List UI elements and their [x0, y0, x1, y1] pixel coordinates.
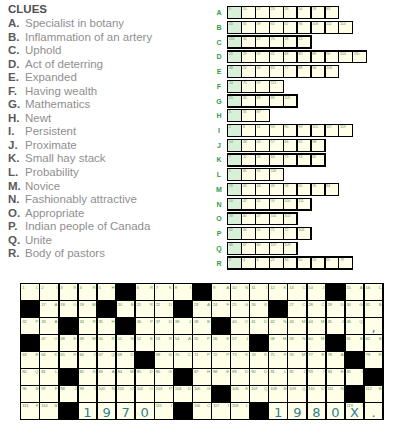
answer-cell[interactable]: 46: [228, 243, 241, 254]
answer-cell[interactable]: 28: [284, 37, 297, 48]
grid-cell[interactable]: 25G: [231, 301, 249, 317]
cell-number: 54: [175, 336, 179, 341]
answer-cell[interactable]: 118: [270, 169, 283, 180]
answer-cell[interactable]: 103: [298, 228, 311, 239]
answer-cell[interactable]: 6: [256, 258, 269, 269]
answer-cell[interactable]: 101: [270, 214, 283, 225]
answer-cell[interactable]: 98: [312, 140, 325, 151]
grid-cell[interactable]: 2I: [40, 284, 58, 300]
answer-cell[interactable]: 43: [242, 184, 255, 195]
answer-cell[interactable]: 112: [326, 22, 339, 33]
answer-cell[interactable]: 105: [284, 96, 297, 107]
answer-cell[interactable]: 17: [256, 7, 269, 18]
grid-cell[interactable]: 106E: [231, 386, 249, 402]
grid-cell[interactable]: 13C: [288, 284, 306, 300]
answer-row-label: Q: [213, 245, 225, 252]
answer-row-label: L: [213, 171, 225, 178]
cell-number: 29: [327, 302, 331, 307]
grid-cell[interactable]: 53R: [155, 335, 173, 351]
cell-number: 108: [270, 386, 276, 391]
answer-cell[interactable]: 116: [228, 37, 241, 48]
grid-cell[interactable]: 5H: [98, 284, 116, 300]
grid-cell[interactable]: 45J: [327, 318, 345, 334]
clue-text: Novice: [25, 180, 60, 192]
answer-cell[interactable]: 41: [270, 52, 283, 63]
answer-cell[interactable]: 34: [284, 258, 297, 269]
grid-cell[interactable]: 116C: [193, 403, 211, 419]
grid-cell[interactable]: 100N: [98, 386, 116, 402]
grid-cell[interactable]: 26K: [250, 301, 268, 317]
answer-cell[interactable]: 10: [228, 199, 241, 210]
cell-number: 86: [156, 369, 160, 374]
answer-cell[interactable]: 47: [256, 214, 269, 225]
answer-cell[interactable]: 110: [353, 52, 366, 63]
grid-cell[interactable]: 36P: [136, 318, 154, 334]
grid-cell[interactable]: 18O: [60, 301, 78, 317]
grid-cell[interactable]: .: [365, 403, 383, 419]
answer-cell[interactable]: 67: [242, 243, 255, 254]
grid-cell[interactable]: 103P: [155, 386, 173, 402]
grid-cell[interactable]: 21R: [136, 301, 154, 317]
grid-cell[interactable]: 15A: [346, 284, 364, 300]
answer-cell[interactable]: 21: [270, 258, 283, 269]
answer-cell[interactable]: 93: [270, 125, 283, 136]
answer-cell[interactable]: 79: [339, 258, 352, 269]
answer-cell[interactable]: 62: [284, 22, 297, 33]
grid-cell[interactable]: 54A: [174, 335, 192, 351]
cell-number: 65: [326, 258, 330, 263]
answer-cell[interactable]: 60: [298, 184, 311, 195]
black-cell: [117, 284, 135, 300]
cell-number: 11: [251, 285, 255, 290]
answer-cell[interactable]: 32: [228, 228, 241, 239]
cell-number: 26: [251, 302, 255, 307]
grid-cell[interactable]: 104D: [174, 386, 192, 402]
answer-cell[interactable]: 97: [256, 81, 269, 92]
grid-cell[interactable]: 88E: [212, 369, 230, 385]
grid-cell[interactable]: 9A: [212, 284, 230, 300]
grid-cell[interactable]: 46Q: [346, 318, 364, 334]
cell-number: 16: [243, 37, 247, 42]
answer-cell[interactable]: 95: [284, 125, 297, 136]
grid-cell[interactable]: 96B: [21, 386, 39, 402]
grid-cell[interactable]: 66J: [79, 352, 97, 368]
answer-cell[interactable]: 4: [242, 258, 255, 269]
answer-cell[interactable]: 44: [256, 184, 269, 195]
answer-cell[interactable]: 27: [256, 37, 269, 48]
grid-cell[interactable]: 68D: [117, 352, 135, 368]
answer-cell[interactable]: 18: [228, 214, 241, 225]
grid-cell[interactable]: 16C: [365, 284, 383, 300]
grid-cell[interactable]: 98J: [60, 386, 78, 402]
grid-cell[interactable]: 110D: [308, 386, 326, 402]
grid-cell[interactable]: 59N: [288, 335, 306, 351]
answer-cell[interactable]: 25: [228, 96, 241, 107]
answer-cell[interactable]: 77: [284, 66, 297, 77]
grid-cell[interactable]: 89D: [231, 369, 249, 385]
grid-cell[interactable]: 49M: [79, 335, 97, 351]
cell-clue-ref: B: [379, 302, 382, 307]
grid-cell[interactable]: 37D: [155, 318, 173, 334]
answer-cell[interactable]: 50: [298, 258, 311, 269]
cell-number: 78: [327, 352, 331, 357]
grid-cell[interactable]: 62B: [365, 335, 383, 351]
answer-cell[interactable]: 35: [242, 110, 255, 121]
grid-cell[interactable]: 1: [79, 403, 97, 419]
grid-cell[interactable]: 94E: [327, 369, 345, 385]
grid-cell[interactable]: 82K: [79, 369, 97, 385]
black-cell: [21, 301, 39, 317]
grid-cell[interactable]: 111N: [327, 386, 345, 402]
answer-cell[interactable]: 19: [228, 184, 241, 195]
grid-cell[interactable]: 28C: [308, 301, 326, 317]
grid-cell[interactable]: 86G: [155, 369, 173, 385]
answer-cell[interactable]: 11: [256, 125, 269, 136]
grid-cell[interactable]: 56E: [212, 335, 230, 351]
grid-cell[interactable]: 32P: [21, 318, 39, 334]
answer-cell[interactable]: 66: [284, 140, 297, 151]
answer-cell[interactable]: 61: [270, 22, 283, 33]
answer-cell[interactable]: 108: [312, 22, 325, 33]
answer-cell[interactable]: 114: [339, 22, 352, 33]
black-cell: [250, 403, 268, 419]
grid-cell[interactable]: 113F: [21, 403, 39, 419]
grid-cell[interactable]: 57J: [231, 335, 249, 351]
grid-cell[interactable]: 7: [117, 403, 135, 419]
answer-cell[interactable]: 99: [298, 125, 311, 136]
answer-cell[interactable]: 70: [270, 37, 283, 48]
answer-cell[interactable]: 22: [228, 52, 241, 63]
grid-cell[interactable]: 40O: [231, 318, 249, 334]
grid-cell[interactable]: 27C: [288, 301, 306, 317]
grid-cell[interactable]: 23A: [193, 301, 211, 317]
answer-cell[interactable]: 24: [228, 81, 241, 92]
answer-cell[interactable]: 87: [256, 110, 269, 121]
grid-cell[interactable]: 9: [288, 403, 306, 419]
answer-cell[interactable]: 48: [228, 66, 241, 77]
answer-cell[interactable]: 115: [312, 125, 325, 136]
answer-cell[interactable]: 65: [326, 258, 339, 269]
answer-cell[interactable]: 36: [242, 228, 255, 239]
answer-cell[interactable]: 2: [228, 125, 241, 136]
grid-cell[interactable]: 78A: [327, 352, 345, 368]
grid-cell[interactable]: 118L: [231, 403, 249, 419]
grid-cell[interactable]: 30G: [346, 301, 364, 317]
answer-cell[interactable]: 33: [284, 7, 297, 18]
grid-cell[interactable]: 58M: [269, 335, 287, 351]
grid-cell[interactable]: 65R: [60, 352, 78, 368]
cell-number: 89: [312, 52, 316, 57]
answer-cell[interactable]: 14: [228, 140, 241, 151]
grid-cell[interactable]: 61B: [346, 335, 364, 351]
black-cell: [174, 369, 192, 385]
answer-cell[interactable]: 86: [270, 96, 283, 107]
grid-cell[interactable]: 8I: [174, 284, 192, 300]
answer-cell[interactable]: 73: [284, 155, 297, 166]
answer-cell[interactable]: 80: [256, 243, 269, 254]
grid-cell[interactable]: 34R: [79, 318, 97, 334]
answer-cell[interactable]: 53: [312, 258, 325, 269]
answer-cell[interactable]: 85: [298, 52, 311, 63]
grid-cell[interactable]: 47O: [40, 335, 58, 351]
grid-cell[interactable]: 10N: [231, 284, 249, 300]
grid-cell[interactable]: 8: [308, 403, 326, 419]
grid-cell[interactable]: 79R: [365, 352, 383, 368]
answer-cell[interactable]: 45: [256, 140, 269, 151]
grid-cell[interactable]: 87H: [193, 369, 211, 385]
grid-cell[interactable]: 48E: [60, 335, 78, 351]
cell-clue-ref: A: [207, 302, 210, 307]
answer-cell[interactable]: 3: [228, 258, 241, 269]
grid-cell[interactable]: 29D: [327, 301, 345, 317]
grid-cell[interactable]: 101O: [117, 386, 135, 402]
grid-cell[interactable]: 102O: [136, 386, 154, 402]
answer-cell[interactable]: 8: [242, 125, 255, 136]
grid-cell[interactable]: 97F: [40, 386, 58, 402]
grid-cell[interactable]: 74K: [250, 352, 268, 368]
answer-cell[interactable]: 52: [242, 66, 255, 77]
grid-cell[interactable]: 14J: [308, 284, 326, 300]
grid-cell[interactable]: 105G: [193, 386, 211, 402]
grid-cell[interactable]: 19M: [79, 301, 97, 317]
grid-cell[interactable]: 91L: [269, 369, 287, 385]
answer-cell[interactable]: 56: [256, 66, 269, 77]
grid-cell[interactable]: 38J: [174, 318, 192, 334]
answer-cell[interactable]: 107: [270, 243, 283, 254]
cell-number: 67: [243, 243, 247, 248]
answer-row-label: N: [213, 201, 225, 208]
answer-cell[interactable]: 38: [242, 140, 255, 151]
cell-clue-ref: J: [246, 336, 248, 341]
answer-cell[interactable]: 76: [312, 184, 325, 195]
grid-cell[interactable]: 76M: [288, 352, 306, 368]
answer-cell[interactable]: 69: [256, 96, 269, 107]
answer-cell[interactable]: 94: [312, 66, 325, 77]
answer-cell[interactable]: 12: [242, 155, 255, 166]
grid-cell[interactable]: 93I: [308, 369, 326, 385]
answer-cell[interactable]: 15: [242, 7, 255, 18]
grid-cell[interactable]: 67Q: [98, 352, 116, 368]
answer-cell[interactable]: 106: [326, 66, 339, 77]
grid-cell[interactable]: 95I: [346, 369, 364, 385]
cell-clue-ref: P: [150, 319, 153, 324]
grid-cell[interactable]: 83A: [98, 369, 116, 385]
answer-cell[interactable]: 7: [228, 155, 241, 166]
answer-row: E48525663778894106: [213, 65, 367, 78]
answer-cell[interactable]: 71: [270, 228, 283, 239]
cell-clue-ref: I: [361, 369, 362, 374]
cell-number: 39: [194, 319, 198, 324]
grid-cell[interactable]: 85D: [136, 369, 154, 385]
answer-cell[interactable]: 111: [298, 199, 311, 210]
answer-cell[interactable]: 9: [228, 7, 241, 18]
answer-cell[interactable]: 84: [326, 184, 339, 195]
cell-number: 56: [257, 66, 261, 71]
answer-cell[interactable]: 68: [284, 52, 297, 63]
answer-cell[interactable]: 83: [326, 7, 339, 18]
grid-cell[interactable]: 107Q: [250, 386, 268, 402]
grid-cell[interactable]: 71P: [193, 352, 211, 368]
answer-cell[interactable]: 42: [242, 199, 255, 210]
grid-cell[interactable]: 50R: [98, 335, 116, 351]
grid-cell[interactable]: 3R: [60, 284, 78, 300]
grid-cell[interactable]: 108B: [269, 386, 287, 402]
grid-cell[interactable]: 64K: [40, 352, 58, 368]
answer-cell[interactable]: 29: [242, 52, 255, 63]
grid-cell[interactable]: 92J: [288, 369, 306, 385]
answer-cell[interactable]: 78: [312, 7, 325, 18]
answer-cell[interactable]: 40: [242, 214, 255, 225]
answer-cell[interactable]: 54: [298, 7, 311, 18]
grid-cell[interactable]: 44M: [308, 318, 326, 334]
grid-cell[interactable]: 73K: [231, 352, 249, 368]
answer-cell[interactable]: 49: [270, 184, 283, 195]
answer-cell[interactable]: 1: [228, 169, 241, 180]
grid-cell[interactable]: 41D: [250, 318, 268, 334]
grid-cell[interactable]: 39B: [193, 318, 211, 334]
cell-clue-ref: B: [207, 319, 210, 324]
grid-cell[interactable]: 22D: [155, 301, 173, 317]
grid-cell[interactable]: 31B: [365, 301, 383, 317]
answer-cell[interactable]: 89: [312, 52, 325, 63]
cell-number: 51: [118, 336, 122, 341]
answer-cell[interactable]: 74: [298, 155, 311, 166]
grid-cell[interactable]: 99I: [79, 386, 97, 402]
answer-cell[interactable]: 59: [270, 199, 283, 210]
grid-cell[interactable]: 69G: [155, 352, 173, 368]
cell-clue-ref: H: [111, 285, 114, 290]
grid-cell[interactable]: 90D: [250, 369, 268, 385]
grid-cell[interactable]: 20B: [117, 301, 135, 317]
answer-cell[interactable]: 90: [326, 52, 339, 63]
answer-cell[interactable]: 119: [339, 125, 352, 136]
grid-cell[interactable]: 43M: [288, 318, 306, 334]
grid-cell[interactable]: 84M: [117, 369, 135, 385]
grid-cell[interactable]: 72P: [212, 352, 230, 368]
answer-cell[interactable]: 81: [242, 169, 255, 180]
grid-cell[interactable]: 7K: [155, 284, 173, 300]
answer-cell[interactable]: 55: [256, 228, 269, 239]
black-cell: [98, 301, 116, 317]
grid-cell[interactable]: 52E: [136, 335, 154, 351]
answer-row-label: P: [213, 230, 225, 237]
grid-cell[interactable]: 33A: [40, 318, 58, 334]
clue-letter: C.: [8, 44, 25, 58]
answer-cell[interactable]: 30: [242, 96, 255, 107]
answer-cell[interactable]: 109: [284, 243, 297, 254]
cell-number: 88: [298, 66, 302, 71]
answer-cell[interactable]: 113: [270, 81, 283, 92]
answer-cell[interactable]: 16: [242, 37, 255, 48]
grid-cell[interactable]: 119IX: [346, 403, 364, 419]
grid-cell[interactable]: 81L: [40, 369, 58, 385]
answer-row-label: A: [213, 9, 225, 16]
grid-cell[interactable]: 109Q: [288, 386, 306, 402]
grid-cell[interactable]: 115I: [155, 403, 173, 419]
answer-cell[interactable]: 58: [284, 184, 297, 195]
cell-number: 43: [243, 184, 247, 189]
grid-cell[interactable]: 9: [98, 403, 116, 419]
cell-number: 48: [60, 336, 64, 341]
answer-boxes: 1161627702813: [227, 35, 312, 48]
cell-clue-ref: D: [321, 386, 324, 391]
cell-number: 108: [312, 22, 318, 27]
grid-cell[interactable]: 51N: [117, 335, 135, 351]
grid-cell[interactable]: 12K: [269, 284, 287, 300]
grid-cell[interactable]: 6R: [136, 284, 154, 300]
cell-number: 81: [41, 369, 45, 374]
grid-cell[interactable]: 114B: [40, 403, 58, 419]
grid-cell[interactable]: 55P: [193, 335, 211, 351]
answer-cell[interactable]: 23: [270, 7, 283, 18]
answer-cell[interactable]: 64: [270, 155, 283, 166]
black-cell: [346, 352, 364, 368]
answer-cell[interactable]: 57: [270, 140, 283, 151]
clue-item: E.Expanded: [8, 71, 152, 85]
answer-cell[interactable]: 117: [326, 125, 339, 136]
grid-cell[interactable]: 77E: [308, 352, 326, 368]
answer-cell[interactable]: 31: [242, 22, 255, 33]
answer-cell[interactable]: 75: [242, 81, 255, 92]
grid-cell[interactable]: 0: [136, 403, 154, 419]
answer-cell[interactable]: 72: [284, 228, 297, 239]
grid-cell[interactable]: 80Q: [21, 369, 39, 385]
answer-cell[interactable]: 96: [298, 22, 311, 33]
grid-cell[interactable]: 1: [269, 403, 287, 419]
answer-cell[interactable]: 104: [339, 52, 352, 63]
grid-cell[interactable]: 24F: [212, 301, 230, 317]
answer-cell[interactable]: 37: [256, 52, 269, 63]
answer-cell[interactable]: 82: [312, 155, 325, 166]
cell-clue-ref: P: [207, 336, 210, 341]
answer-cell[interactable]: 102: [284, 214, 297, 225]
answer-cell[interactable]: 51: [256, 199, 269, 210]
grid-cell[interactable]: 17A: [40, 301, 58, 317]
cell-clue-ref: I: [228, 403, 229, 408]
grid-cell[interactable]: 75F: [269, 352, 287, 368]
answer-cell[interactable]: 92: [298, 140, 311, 151]
grid-cell[interactable]: 11I: [250, 284, 268, 300]
cell-clue-ref: Q: [264, 386, 267, 391]
answer-cell[interactable]: 20: [228, 22, 241, 33]
answer-cell[interactable]: 5: [228, 110, 241, 121]
grid-cell[interactable]: 70C: [174, 352, 192, 368]
answer-cell[interactable]: 91: [256, 169, 269, 180]
grid-cell[interactable]: 117I: [212, 403, 230, 419]
cell-number: 100: [284, 199, 290, 204]
answer-cell[interactable]: 100: [284, 199, 297, 210]
answer-cell[interactable]: 13: [298, 37, 311, 48]
cell-number: 59: [289, 336, 293, 341]
grid-cell[interactable]: 63E: [21, 352, 39, 368]
grid-cell[interactable]: 1L: [21, 284, 39, 300]
grid-cell[interactable]: 35H: [98, 318, 116, 334]
grid-cell[interactable]: 60M: [308, 335, 326, 351]
cell-clue-ref: D: [264, 319, 267, 324]
grid-cell[interactable]: 42N: [269, 318, 287, 334]
answer-cell[interactable]: 39: [256, 22, 269, 33]
grid-cell[interactable]: ,: [365, 318, 383, 334]
grid-cell[interactable]: 0: [327, 403, 345, 419]
grid-cell[interactable]: 4R: [79, 284, 97, 300]
cell-number: 18: [229, 214, 233, 219]
answer-cell[interactable]: 63: [270, 66, 283, 77]
cell-number: 4: [243, 258, 245, 263]
cell-clue-ref: K: [264, 302, 267, 307]
answer-cell[interactable]: 88: [298, 66, 311, 77]
grid-cell[interactable]: 112B: [365, 386, 383, 402]
answer-cell[interactable]: 26: [256, 155, 269, 166]
